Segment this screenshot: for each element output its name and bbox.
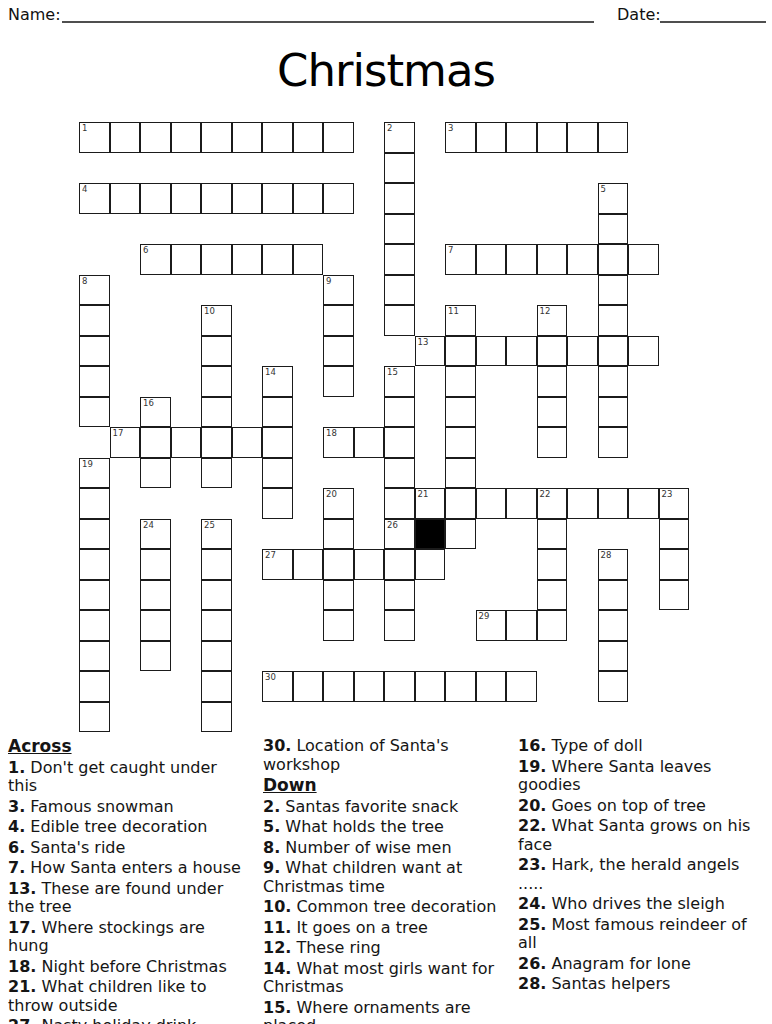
grid-cell[interactable]: 25 xyxy=(201,519,232,550)
clue-text: Edible tree decoration xyxy=(25,817,207,836)
clue-text: Common tree decoration xyxy=(291,897,496,916)
empty-cell xyxy=(232,610,263,641)
empty-cell xyxy=(323,153,354,184)
empty-cell xyxy=(354,244,385,275)
empty-cell xyxy=(354,183,385,214)
grid-cell[interactable] xyxy=(598,244,629,275)
clue-text: Famous snowman xyxy=(25,797,173,816)
grid-cell[interactable]: 22 xyxy=(537,488,568,519)
grid-cell[interactable] xyxy=(323,336,354,367)
grid-cell[interactable] xyxy=(293,122,324,153)
worksheet-page: Name: Date: Christmas 123456789101112131… xyxy=(0,0,772,1024)
grid-cell[interactable] xyxy=(506,610,537,641)
grid-cell[interactable] xyxy=(445,427,476,458)
grid-cell[interactable] xyxy=(598,427,629,458)
grid-cell[interactable] xyxy=(506,671,537,702)
empty-cell xyxy=(323,641,354,672)
grid-cell[interactable] xyxy=(171,183,202,214)
grid-cell[interactable] xyxy=(537,397,568,428)
grid-cell[interactable] xyxy=(232,244,263,275)
grid-cell[interactable]: 26 xyxy=(384,519,415,550)
grid-cell[interactable] xyxy=(79,641,110,672)
empty-cell xyxy=(354,153,385,184)
grid-cell[interactable] xyxy=(567,488,598,519)
grid-cell[interactable] xyxy=(201,641,232,672)
grid-cell[interactable] xyxy=(293,671,324,702)
grid-cell[interactable]: 21 xyxy=(415,488,446,519)
grid-cell[interactable] xyxy=(262,427,293,458)
grid-cell[interactable] xyxy=(262,122,293,153)
empty-cell xyxy=(567,580,598,611)
clue-number-label: 27. xyxy=(8,1016,36,1024)
grid-cell[interactable] xyxy=(354,671,385,702)
empty-cell xyxy=(659,214,690,245)
grid-cell[interactable] xyxy=(384,427,415,458)
grid-cell[interactable]: 23 xyxy=(659,488,690,519)
grid-cell[interactable] xyxy=(140,641,171,672)
grid-cell[interactable] xyxy=(323,305,354,336)
empty-cell xyxy=(659,671,690,702)
grid-cell[interactable] xyxy=(140,122,171,153)
grid-cell[interactable] xyxy=(323,580,354,611)
empty-cell xyxy=(476,641,507,672)
empty-cell xyxy=(506,458,537,489)
empty-cell xyxy=(476,458,507,489)
clue-text: Hark, the herald angels ..... xyxy=(518,855,739,893)
grid-cell[interactable] xyxy=(506,488,537,519)
empty-cell xyxy=(659,244,690,275)
grid-cell[interactable] xyxy=(628,244,659,275)
empty-cell xyxy=(476,702,507,733)
clue-number: 1 xyxy=(82,123,87,133)
clue-number-label: 26. xyxy=(518,954,546,973)
grid-cell[interactable] xyxy=(262,244,293,275)
grid-cell[interactable]: 1 xyxy=(79,122,110,153)
empty-cell xyxy=(628,183,659,214)
grid-cell[interactable] xyxy=(384,183,415,214)
empty-cell xyxy=(171,519,202,550)
grid-cell[interactable] xyxy=(628,336,659,367)
empty-cell xyxy=(171,397,202,428)
clue: 15. Where ornaments are placed xyxy=(263,999,513,1024)
grid-cell[interactable] xyxy=(384,397,415,428)
empty-cell xyxy=(506,397,537,428)
grid-cell[interactable]: 19 xyxy=(79,458,110,489)
grid-cell[interactable]: 18 xyxy=(323,427,354,458)
grid-cell[interactable] xyxy=(476,244,507,275)
clue: 27. Nasty holiday drink xyxy=(8,1017,250,1024)
grid-cell[interactable] xyxy=(201,183,232,214)
grid-cell[interactable]: 27 xyxy=(262,549,293,580)
grid-cell[interactable] xyxy=(323,610,354,641)
empty-cell xyxy=(567,519,598,550)
grid-cell[interactable] xyxy=(537,336,568,367)
grid-cell[interactable] xyxy=(445,458,476,489)
empty-cell xyxy=(262,702,293,733)
grid-cell[interactable] xyxy=(79,305,110,336)
grid-cell[interactable] xyxy=(537,366,568,397)
grid-cell[interactable]: 15 xyxy=(384,366,415,397)
grid-cell[interactable] xyxy=(171,122,202,153)
grid-cell[interactable] xyxy=(384,305,415,336)
grid-cell[interactable] xyxy=(598,122,629,153)
empty-cell xyxy=(171,153,202,184)
grid-cell[interactable] xyxy=(659,580,690,611)
empty-cell xyxy=(415,641,446,672)
empty-cell xyxy=(262,519,293,550)
name-input-line[interactable] xyxy=(62,0,594,23)
empty-cell xyxy=(232,488,263,519)
empty-cell xyxy=(354,519,385,550)
empty-cell xyxy=(415,214,446,245)
grid-cell[interactable] xyxy=(140,183,171,214)
empty-cell xyxy=(293,336,324,367)
empty-cell xyxy=(476,366,507,397)
empty-cell xyxy=(445,641,476,672)
empty-cell xyxy=(293,214,324,245)
grid-cell[interactable]: 8 xyxy=(79,275,110,306)
grid-cell[interactable] xyxy=(201,336,232,367)
empty-cell xyxy=(323,702,354,733)
grid-cell[interactable] xyxy=(537,580,568,611)
empty-cell xyxy=(79,214,110,245)
grid-cell[interactable] xyxy=(598,366,629,397)
clue: 3. Famous snowman xyxy=(8,798,250,817)
grid-cell[interactable] xyxy=(140,427,171,458)
empty-cell xyxy=(537,641,568,672)
grid-cell[interactable] xyxy=(384,488,415,519)
grid-cell[interactable] xyxy=(79,702,110,733)
empty-cell xyxy=(567,549,598,580)
grid-cell[interactable]: 17 xyxy=(110,427,141,458)
grid-cell[interactable] xyxy=(598,305,629,336)
empty-cell xyxy=(110,702,141,733)
grid-cell[interactable] xyxy=(201,610,232,641)
empty-cell xyxy=(232,671,263,702)
clue-number: 10 xyxy=(204,306,215,316)
empty-cell xyxy=(384,336,415,367)
empty-cell xyxy=(201,214,232,245)
clue-text: Nasty holiday drink xyxy=(36,1016,196,1024)
empty-cell xyxy=(659,336,690,367)
grid-cell[interactable] xyxy=(110,122,141,153)
grid-cell[interactable]: 10 xyxy=(201,305,232,336)
grid-cell[interactable] xyxy=(384,549,415,580)
grid-cell[interactable] xyxy=(415,549,446,580)
empty-cell xyxy=(628,458,659,489)
clue-number-label: 20. xyxy=(518,796,546,815)
grid-cell[interactable] xyxy=(537,519,568,550)
empty-cell xyxy=(110,458,141,489)
clue-number-label: 23. xyxy=(518,855,546,874)
grid-cell[interactable] xyxy=(79,488,110,519)
clue-number-label: 9. xyxy=(263,858,280,877)
empty-cell xyxy=(537,671,568,702)
grid-cell[interactable]: 14 xyxy=(262,366,293,397)
grid-cell[interactable] xyxy=(262,183,293,214)
grid-cell[interactable] xyxy=(201,671,232,702)
grid-cell[interactable] xyxy=(201,549,232,580)
clue: 13. These are found under the tree xyxy=(8,880,250,917)
grid-cell[interactable] xyxy=(537,244,568,275)
grid-cell[interactable] xyxy=(262,458,293,489)
grid-cell[interactable] xyxy=(384,671,415,702)
grid-cell[interactable] xyxy=(476,671,507,702)
clue: 2. Santas favorite snack xyxy=(263,798,513,817)
grid-cell[interactable] xyxy=(384,275,415,306)
grid-cell[interactable] xyxy=(384,244,415,275)
clue-text: Where ornaments are placed xyxy=(263,998,471,1024)
grid-cell[interactable] xyxy=(354,549,385,580)
clue-text: Santas helpers xyxy=(546,974,670,993)
clue-section-header: Across xyxy=(8,737,250,756)
empty-cell xyxy=(659,427,690,458)
clue-text: Where Santa leaves goodies xyxy=(518,757,711,795)
grid-cell[interactable] xyxy=(140,549,171,580)
clue: 8. Number of wise men xyxy=(263,839,513,858)
clue: 9. What children want at Christmas time xyxy=(263,859,513,896)
grid-cell[interactable] xyxy=(628,488,659,519)
grid-cell[interactable] xyxy=(445,397,476,428)
empty-cell xyxy=(110,641,141,672)
empty-cell xyxy=(232,458,263,489)
grid-cell[interactable] xyxy=(232,427,263,458)
grid-cell[interactable] xyxy=(598,610,629,641)
grid-cell[interactable] xyxy=(445,519,476,550)
clue-number: 6 xyxy=(143,245,148,255)
empty-cell xyxy=(415,305,446,336)
clue-number: 16 xyxy=(143,398,154,408)
grid-cell[interactable] xyxy=(79,610,110,641)
empty-cell xyxy=(79,153,110,184)
grid-cell[interactable] xyxy=(598,671,629,702)
grid-cell[interactable] xyxy=(567,244,598,275)
clue-number: 28 xyxy=(601,550,612,560)
grid-cell[interactable] xyxy=(476,122,507,153)
empty-cell xyxy=(140,153,171,184)
grid-cell[interactable] xyxy=(384,458,415,489)
grid-cell[interactable] xyxy=(140,610,171,641)
grid-cell[interactable] xyxy=(598,214,629,245)
grid-cell[interactable] xyxy=(201,397,232,428)
empty-cell xyxy=(262,214,293,245)
empty-cell xyxy=(415,366,446,397)
clue-text: It goes on a tree xyxy=(291,918,427,937)
grid-cell[interactable] xyxy=(323,183,354,214)
grid-cell[interactable] xyxy=(201,702,232,733)
grid-cell[interactable] xyxy=(598,397,629,428)
grid-cell[interactable] xyxy=(476,488,507,519)
empty-cell xyxy=(659,275,690,306)
grid-cell[interactable] xyxy=(79,671,110,702)
grid-cell[interactable] xyxy=(201,366,232,397)
grid-cell[interactable] xyxy=(598,336,629,367)
grid-cell[interactable] xyxy=(445,671,476,702)
empty-cell xyxy=(354,366,385,397)
grid-cell[interactable] xyxy=(79,549,110,580)
empty-cell xyxy=(171,336,202,367)
grid-cell[interactable] xyxy=(598,580,629,611)
grid-cell[interactable]: 28 xyxy=(598,549,629,580)
grid-cell[interactable] xyxy=(140,580,171,611)
grid-cell[interactable]: 2 xyxy=(384,122,415,153)
empty-cell xyxy=(415,427,446,458)
grid-cell[interactable] xyxy=(567,122,598,153)
grid-cell[interactable] xyxy=(506,244,537,275)
clue-text: What children like to throw outside xyxy=(8,977,206,1015)
grid-cell[interactable] xyxy=(537,122,568,153)
clue-text: These ring xyxy=(291,938,380,957)
grid-cell[interactable]: 4 xyxy=(79,183,110,214)
grid-cell[interactable] xyxy=(79,580,110,611)
empty-cell xyxy=(415,183,446,214)
grid-cell[interactable] xyxy=(323,519,354,550)
clue-number-label: 1. xyxy=(8,758,25,777)
grid-cell[interactable] xyxy=(293,183,324,214)
empty-cell xyxy=(567,702,598,733)
clue-text: Number of wise men xyxy=(280,838,451,857)
empty-cell xyxy=(537,214,568,245)
grid-cell[interactable]: 20 xyxy=(323,488,354,519)
grid-cell[interactable] xyxy=(384,610,415,641)
grid-cell[interactable] xyxy=(323,122,354,153)
grid-cell[interactable] xyxy=(79,519,110,550)
clue-number-label: 10. xyxy=(263,897,291,916)
grid-cell[interactable] xyxy=(201,244,232,275)
grid-cell[interactable] xyxy=(537,427,568,458)
date-input-line[interactable] xyxy=(660,0,766,23)
grid-cell[interactable] xyxy=(354,427,385,458)
empty-cell xyxy=(628,702,659,733)
grid-cell[interactable]: 29 xyxy=(476,610,507,641)
grid-cell[interactable] xyxy=(384,153,415,184)
empty-cell xyxy=(293,702,324,733)
grid-cell[interactable]: 3 xyxy=(445,122,476,153)
grid-cell[interactable]: 30 xyxy=(262,671,293,702)
empty-cell xyxy=(262,275,293,306)
grid-cell[interactable] xyxy=(323,366,354,397)
clue-number: 9 xyxy=(326,276,331,286)
grid-cell[interactable] xyxy=(506,336,537,367)
clue-number: 2 xyxy=(387,123,392,133)
grid-cell[interactable] xyxy=(659,519,690,550)
grid-cell[interactable] xyxy=(79,336,110,367)
grid-cell[interactable] xyxy=(415,671,446,702)
clue: 10. Common tree decoration xyxy=(263,898,513,917)
grid-cell[interactable]: 5 xyxy=(598,183,629,214)
empty-cell xyxy=(354,397,385,428)
empty-cell xyxy=(293,580,324,611)
empty-cell xyxy=(628,153,659,184)
grid-cell[interactable] xyxy=(171,427,202,458)
empty-cell xyxy=(262,336,293,367)
grid-cell[interactable]: 12 xyxy=(537,305,568,336)
grid-cell[interactable] xyxy=(384,214,415,245)
empty-cell xyxy=(171,610,202,641)
empty-cell xyxy=(506,519,537,550)
grid-cell[interactable] xyxy=(598,275,629,306)
empty-cell xyxy=(506,183,537,214)
grid-cell[interactable] xyxy=(201,580,232,611)
grid-cell[interactable] xyxy=(445,336,476,367)
grid-cell[interactable]: 13 xyxy=(415,336,446,367)
clue: 19. Where Santa leaves goodies xyxy=(518,758,760,795)
empty-cell xyxy=(232,214,263,245)
clue-number: 4 xyxy=(82,184,87,194)
grid-cell[interactable] xyxy=(537,549,568,580)
grid-cell[interactable]: 9 xyxy=(323,275,354,306)
empty-cell xyxy=(628,122,659,153)
empty-cell xyxy=(628,305,659,336)
grid-cell[interactable]: 11 xyxy=(445,305,476,336)
empty-cell xyxy=(445,153,476,184)
empty-cell xyxy=(506,641,537,672)
grid-cell[interactable] xyxy=(262,397,293,428)
grid-cell[interactable] xyxy=(445,488,476,519)
grid-cell[interactable] xyxy=(598,641,629,672)
clue-text: Type of doll xyxy=(546,736,642,755)
grid-cell[interactable] xyxy=(262,488,293,519)
grid-cell[interactable] xyxy=(323,671,354,702)
empty-cell xyxy=(415,702,446,733)
grid-cell[interactable] xyxy=(293,244,324,275)
grid-cell[interactable] xyxy=(232,183,263,214)
grid-cell[interactable] xyxy=(140,458,171,489)
grid-cell[interactable] xyxy=(79,366,110,397)
grid-cell[interactable] xyxy=(506,122,537,153)
grid-cell[interactable] xyxy=(201,458,232,489)
empty-cell xyxy=(293,488,324,519)
empty-cell xyxy=(659,458,690,489)
empty-cell xyxy=(110,671,141,702)
grid-cell[interactable] xyxy=(445,366,476,397)
empty-cell xyxy=(323,397,354,428)
grid-cell[interactable]: 7 xyxy=(445,244,476,275)
clue: 17. Where stockings are hung xyxy=(8,919,250,956)
empty-cell xyxy=(628,275,659,306)
grid-cell[interactable] xyxy=(537,610,568,641)
grid-cell[interactable] xyxy=(171,244,202,275)
empty-cell xyxy=(262,305,293,336)
grid-cell[interactable] xyxy=(293,549,324,580)
clue-number: 25 xyxy=(204,520,215,530)
grid-cell[interactable] xyxy=(384,580,415,611)
grid-cell[interactable] xyxy=(323,549,354,580)
empty-cell xyxy=(232,702,263,733)
grid-cell[interactable] xyxy=(476,336,507,367)
grid-cell[interactable] xyxy=(598,488,629,519)
grid-cell[interactable]: 24 xyxy=(140,519,171,550)
empty-cell xyxy=(110,244,141,275)
grid-cell[interactable] xyxy=(79,397,110,428)
clue: 16. Type of doll xyxy=(518,737,760,756)
clue-number-label: 6. xyxy=(8,838,25,857)
empty-cell xyxy=(354,122,385,153)
clue: 18. Night before Christmas xyxy=(8,958,250,977)
grid-cell[interactable]: 16 xyxy=(140,397,171,428)
empty-cell xyxy=(323,214,354,245)
grid-cell[interactable]: 6 xyxy=(140,244,171,275)
grid-cell[interactable] xyxy=(110,183,141,214)
grid-cell[interactable] xyxy=(201,122,232,153)
grid-cell[interactable] xyxy=(232,122,263,153)
grid-cell[interactable] xyxy=(567,336,598,367)
empty-cell xyxy=(354,305,385,336)
empty-cell xyxy=(171,305,202,336)
grid-cell[interactable] xyxy=(201,427,232,458)
grid-cell[interactable] xyxy=(659,549,690,580)
clue-number: 18 xyxy=(326,428,337,438)
